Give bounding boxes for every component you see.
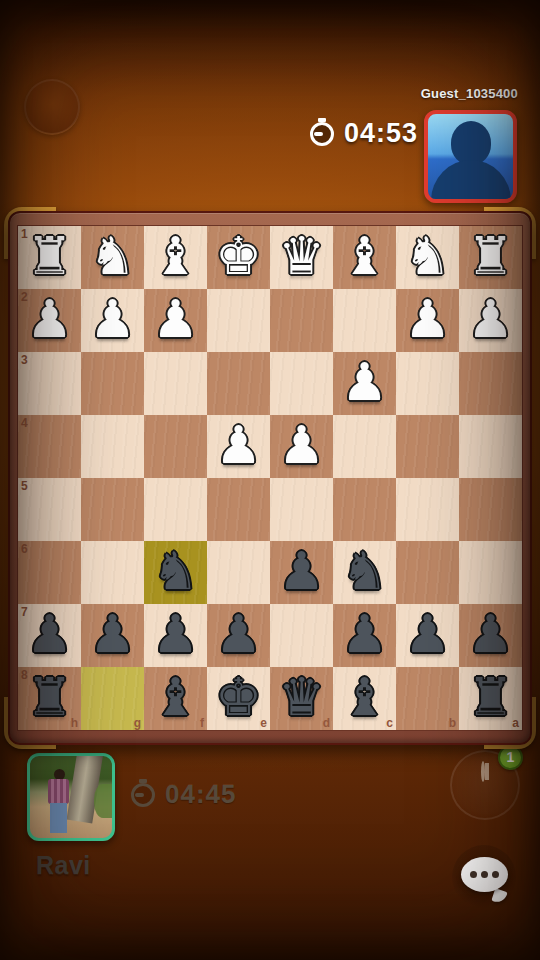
piece-black-pawn: ♟ xyxy=(207,604,270,667)
piece-white-bishop: ♝ xyxy=(333,226,396,289)
square-a7[interactable]: ♟ xyxy=(459,604,522,667)
square-f7[interactable]: ♟ xyxy=(144,604,207,667)
piece-white-knight: ♞ xyxy=(81,226,144,289)
square-g5[interactable] xyxy=(81,478,144,541)
piece-black-pawn: ♟ xyxy=(459,604,522,667)
piece-black-pawn: ♟ xyxy=(333,604,396,667)
piece-white-pawn: ♟ xyxy=(81,289,144,352)
piece-white-rook: ♜ xyxy=(459,226,522,289)
rank-label-3: 3 xyxy=(21,353,28,367)
piece-black-knight: ♞ xyxy=(333,541,396,604)
square-e2[interactable] xyxy=(207,289,270,352)
menu-button[interactable] xyxy=(24,79,80,135)
square-e7[interactable]: ♟ xyxy=(207,604,270,667)
square-c1[interactable]: ♝ xyxy=(333,226,396,289)
file-label-e: e xyxy=(260,716,267,730)
square-a4[interactable] xyxy=(459,415,522,478)
square-b1[interactable]: ♞ xyxy=(396,226,459,289)
piece-white-queen: ♛ xyxy=(270,226,333,289)
square-f3[interactable] xyxy=(144,352,207,415)
square-f8[interactable]: f♝ xyxy=(144,667,207,730)
square-g3[interactable] xyxy=(81,352,144,415)
square-e4[interactable]: ♟ xyxy=(207,415,270,478)
rank-label-4: 4 xyxy=(21,416,28,430)
square-b2[interactable]: ♟ xyxy=(396,289,459,352)
board-grid: 1♜♞♝♚♛♝♞♜2♟♟♟♟♟3♟4♟♟56♞♟♞7♟♟♟♟♟♟♟8h♜gf♝e… xyxy=(18,226,522,730)
file-label-h: h xyxy=(71,716,78,730)
piece-white-knight: ♞ xyxy=(396,226,459,289)
game-screen: Guest_1035400 04:53 1♜♞♝♚♛♝♞♜2♟♟♟♟♟3♟4♟♟… xyxy=(0,0,540,960)
square-a5[interactable] xyxy=(459,478,522,541)
square-e1[interactable]: ♚ xyxy=(207,226,270,289)
square-g8[interactable]: g xyxy=(81,667,144,730)
file-label-g: g xyxy=(134,716,141,730)
square-e8[interactable]: e♚ xyxy=(207,667,270,730)
piece-white-pawn: ♟ xyxy=(144,289,207,352)
square-h5[interactable]: 5 xyxy=(18,478,81,541)
lightbulb-icon xyxy=(481,763,489,781)
square-h6[interactable]: 6 xyxy=(18,541,81,604)
square-g7[interactable]: ♟ xyxy=(81,604,144,667)
rank-label-1: 1 xyxy=(21,227,28,241)
opponent-avatar[interactable] xyxy=(424,110,517,203)
square-d1[interactable]: ♛ xyxy=(270,226,333,289)
rank-label-8: 8 xyxy=(21,668,28,682)
piece-white-pawn: ♟ xyxy=(270,415,333,478)
square-d8[interactable]: d♛ xyxy=(270,667,333,730)
piece-black-pawn: ♟ xyxy=(81,604,144,667)
rank-label-6: 6 xyxy=(21,542,28,556)
square-e3[interactable] xyxy=(207,352,270,415)
piece-black-pawn: ♟ xyxy=(270,541,333,604)
square-g1[interactable]: ♞ xyxy=(81,226,144,289)
chat-button[interactable] xyxy=(452,845,516,909)
square-h3[interactable]: 3 xyxy=(18,352,81,415)
square-b4[interactable] xyxy=(396,415,459,478)
square-c7[interactable]: ♟ xyxy=(333,604,396,667)
rank-label-7: 7 xyxy=(21,605,28,619)
file-label-f: f xyxy=(200,716,204,730)
file-label-a: a xyxy=(512,716,519,730)
piece-white-bishop: ♝ xyxy=(144,226,207,289)
piece-white-pawn: ♟ xyxy=(396,289,459,352)
board-frame: 1♜♞♝♚♛♝♞♜2♟♟♟♟♟3♟4♟♟56♞♟♞7♟♟♟♟♟♟♟8h♜gf♝e… xyxy=(8,211,532,745)
file-label-d: d xyxy=(323,716,330,730)
rank-label-5: 5 xyxy=(21,479,28,493)
square-c6[interactable]: ♞ xyxy=(333,541,396,604)
square-g4[interactable] xyxy=(81,415,144,478)
hint-button[interactable]: 1 xyxy=(450,750,520,820)
square-h7[interactable]: 7♟ xyxy=(18,604,81,667)
square-b7[interactable]: ♟ xyxy=(396,604,459,667)
player-clock: 04:45 xyxy=(130,776,237,812)
square-h2[interactable]: 2♟ xyxy=(18,289,81,352)
square-d2[interactable] xyxy=(270,289,333,352)
chat-bubble-icon xyxy=(461,857,508,892)
file-label-b: b xyxy=(449,716,456,730)
piece-white-pawn: ♟ xyxy=(333,352,396,415)
square-b6[interactable] xyxy=(396,541,459,604)
opponent-clock: 04:53 xyxy=(309,114,418,152)
square-d3[interactable] xyxy=(270,352,333,415)
square-f2[interactable]: ♟ xyxy=(144,289,207,352)
player-clock-value: 04:45 xyxy=(165,779,237,810)
opponent-clock-value: 04:53 xyxy=(344,118,418,149)
square-f4[interactable] xyxy=(144,415,207,478)
player-name: Ravi xyxy=(36,851,91,880)
piece-black-pawn: ♟ xyxy=(144,604,207,667)
chess-board: 1♜♞♝♚♛♝♞♜2♟♟♟♟♟3♟4♟♟56♞♟♞7♟♟♟♟♟♟♟8h♜gf♝e… xyxy=(8,211,532,745)
opponent-name: Guest_1035400 xyxy=(421,86,518,101)
rank-label-2: 2 xyxy=(21,290,28,304)
piece-black-knight: ♞ xyxy=(144,541,207,604)
piece-white-king: ♚ xyxy=(207,226,270,289)
player-avatar[interactable] xyxy=(27,753,115,841)
square-a2[interactable]: ♟ xyxy=(459,289,522,352)
square-c4[interactable] xyxy=(333,415,396,478)
square-g6[interactable] xyxy=(81,541,144,604)
square-d5[interactable] xyxy=(270,478,333,541)
avatar-silhouette-icon xyxy=(451,121,491,165)
piece-white-pawn: ♟ xyxy=(207,415,270,478)
square-a6[interactable] xyxy=(459,541,522,604)
square-d4[interactable]: ♟ xyxy=(270,415,333,478)
square-a8[interactable]: a♜ xyxy=(459,667,522,730)
square-c5[interactable] xyxy=(333,478,396,541)
square-f1[interactable]: ♝ xyxy=(144,226,207,289)
square-h4[interactable]: 4 xyxy=(18,415,81,478)
square-g2[interactable]: ♟ xyxy=(81,289,144,352)
piece-black-bishop: ♝ xyxy=(144,667,207,730)
stopwatch-icon xyxy=(309,118,335,148)
stopwatch-icon xyxy=(130,779,156,809)
square-c2[interactable] xyxy=(333,289,396,352)
square-h1[interactable]: 1♜ xyxy=(18,226,81,289)
square-c3[interactable]: ♟ xyxy=(333,352,396,415)
square-b3[interactable] xyxy=(396,352,459,415)
square-h8[interactable]: 8h♜ xyxy=(18,667,81,730)
square-f6[interactable]: ♞ xyxy=(144,541,207,604)
file-label-c: c xyxy=(386,716,393,730)
square-a1[interactable]: ♜ xyxy=(459,226,522,289)
square-c8[interactable]: c♝ xyxy=(333,667,396,730)
square-b5[interactable] xyxy=(396,478,459,541)
piece-white-pawn: ♟ xyxy=(459,289,522,352)
piece-black-pawn: ♟ xyxy=(396,604,459,667)
square-d6[interactable]: ♟ xyxy=(270,541,333,604)
square-e6[interactable] xyxy=(207,541,270,604)
square-e5[interactable] xyxy=(207,478,270,541)
square-d7[interactable] xyxy=(270,604,333,667)
square-a3[interactable] xyxy=(459,352,522,415)
square-b8[interactable]: b xyxy=(396,667,459,730)
square-f5[interactable] xyxy=(144,478,207,541)
